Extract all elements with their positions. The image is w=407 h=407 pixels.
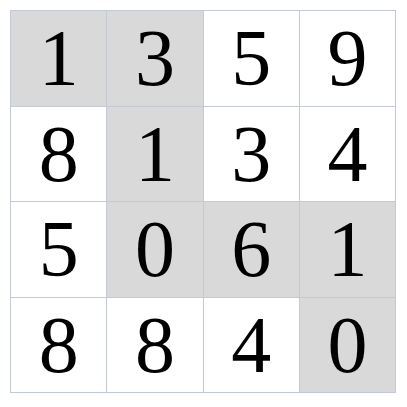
grid-cell-r2c1: 8 [11,107,106,202]
number-grid: 1359813450618840 [10,10,396,393]
grid-cell-r4c1: 8 [11,298,106,393]
grid-cell-r3c4: 1 [300,202,395,297]
grid-cell-r2c2: 1 [107,107,202,202]
grid-cell-r1c4: 9 [300,11,395,106]
grid-cell-r3c3: 6 [204,202,299,297]
grid-cell-r4c4: 0 [300,298,395,393]
grid-cell-r1c1: 1 [11,11,106,106]
grid-cell-r1c3: 5 [204,11,299,106]
grid-cell-r3c1: 5 [11,202,106,297]
grid-cell-r2c3: 3 [204,107,299,202]
grid-cell-r1c2: 3 [107,11,202,106]
grid-cell-r4c3: 4 [204,298,299,393]
puzzle-page: 1359813450618840 [0,0,407,407]
grid-cell-r4c2: 8 [107,298,202,393]
grid-cell-r3c2: 0 [107,202,202,297]
grid-cell-r2c4: 4 [300,107,395,202]
